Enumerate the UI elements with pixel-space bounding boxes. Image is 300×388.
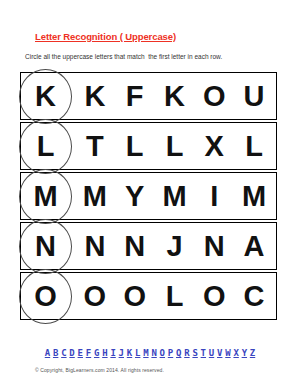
row-letter: K [84, 82, 105, 111]
alphabet-link[interactable]: Q [176, 348, 181, 358]
row-letter: A [244, 232, 265, 261]
alphabet-link[interactable]: Z [250, 348, 255, 358]
row-letters: OOLOC [75, 273, 274, 319]
row-letters: TLLXL [75, 123, 274, 169]
target-circle: K [19, 69, 72, 124]
row-letters: KFKOU [75, 73, 274, 119]
alphabet-link[interactable]: W [225, 348, 230, 358]
target-letter: K [35, 82, 56, 111]
alphabet-link[interactable]: T [201, 348, 206, 358]
target-circle: M [19, 169, 72, 224]
row-letter: X [205, 132, 224, 161]
row-letter: N [84, 232, 105, 261]
instruction-text: Circle all the uppercase letters that ma… [25, 53, 222, 60]
row-letter: M [162, 182, 186, 211]
row-letter: L [166, 132, 184, 161]
letter-row: O OOLOC [20, 272, 277, 320]
alphabet-link[interactable]: N [151, 348, 156, 358]
worksheet-page: Letter Recognition ( Uppercase) Circle a… [0, 0, 300, 388]
alphabet-link[interactable]: G [94, 348, 99, 358]
alphabet-link[interactable]: X [233, 348, 238, 358]
letter-row: M MYMIM [20, 172, 277, 220]
row-letter: O [203, 282, 226, 311]
alphabet-link[interactable]: B [53, 348, 58, 358]
row-letter: O [84, 282, 107, 311]
alphabet-link[interactable]: H [102, 348, 107, 358]
alphabet-link[interactable]: V [217, 348, 222, 358]
alphabet-link[interactable]: S [192, 348, 197, 358]
alphabet-link[interactable]: I [110, 348, 115, 358]
row-letter: C [244, 282, 265, 311]
row-letter: U [244, 82, 265, 111]
target-letter: M [33, 182, 57, 211]
row-letter: J [166, 232, 182, 261]
row-letter: O [203, 82, 226, 111]
row-letter: Y [125, 182, 144, 211]
row-letter: F [126, 82, 144, 111]
row-letter: M [242, 182, 266, 211]
row-letter: N [124, 232, 145, 261]
page-title: Letter Recognition ( Uppercase) [35, 31, 176, 42]
row-letter: M [83, 182, 107, 211]
row-letter: I [210, 182, 218, 211]
target-letter: N [35, 232, 56, 261]
alphabet-link[interactable]: J [119, 348, 124, 358]
row-letters: MYMIM [75, 173, 274, 219]
target-letter: O [34, 282, 57, 311]
alphabet-link[interactable]: L [135, 348, 140, 358]
alphabet-link[interactable]: F [86, 348, 91, 358]
target-circle: O [19, 269, 72, 324]
row-letter: L [245, 132, 263, 161]
row-letter: L [166, 282, 184, 311]
target-letter: L [37, 132, 55, 161]
letter-rows: K KFKOU L TLLXL M MYMIM N NNJNA O OOLOC [20, 72, 277, 322]
copyright-text: © Copyright, BigLearners.com 2014. All r… [35, 367, 164, 373]
alphabet-link[interactable]: K [127, 348, 132, 358]
alphabet-link[interactable]: M [143, 348, 148, 358]
alphabet-link[interactable]: O [160, 348, 165, 358]
row-letter: L [126, 132, 144, 161]
footer-alphabet-links: ABCDEFGHIJKLMNOPQRSTUVWXYZ [0, 342, 300, 360]
alphabet-link[interactable]: R [184, 348, 189, 358]
target-circle: N [19, 219, 72, 274]
row-letter: K [164, 82, 185, 111]
alphabet-link[interactable]: Y [242, 348, 247, 358]
letter-row: L TLLXL [20, 122, 277, 170]
alphabet-link[interactable]: C [61, 348, 66, 358]
target-circle: L [19, 119, 72, 174]
row-letter: T [86, 132, 104, 161]
alphabet-link[interactable]: E [78, 348, 83, 358]
row-letters: NNJNA [75, 223, 274, 269]
alphabet-link[interactable]: U [209, 348, 214, 358]
alphabet-link[interactable]: D [69, 348, 74, 358]
row-letter: O [123, 282, 146, 311]
letter-row: K KFKOU [20, 72, 277, 120]
row-letter: N [204, 232, 225, 261]
alphabet-link[interactable]: A [45, 348, 50, 358]
letter-row: N NNJNA [20, 222, 277, 270]
alphabet-link[interactable]: P [168, 348, 173, 358]
